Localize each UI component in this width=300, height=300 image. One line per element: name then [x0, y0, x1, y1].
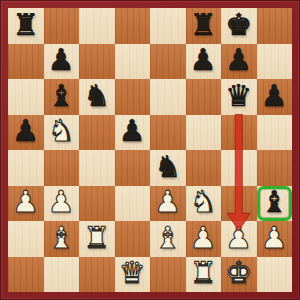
- white-rook-piece: ♜: [83, 223, 110, 253]
- white-pawn-piece: ♟: [190, 223, 217, 253]
- square-d4[interactable]: [115, 150, 151, 186]
- square-d1[interactable]: ♛: [115, 257, 151, 293]
- black-pawn-piece: ♟: [190, 45, 217, 75]
- square-a6[interactable]: [8, 79, 44, 115]
- square-g8[interactable]: ♚: [221, 8, 257, 44]
- square-a3[interactable]: ♟: [8, 186, 44, 222]
- square-a2[interactable]: [8, 221, 44, 257]
- square-d2[interactable]: [115, 221, 151, 257]
- black-bishop-piece: ♝: [48, 81, 75, 111]
- square-f3[interactable]: ♞: [186, 186, 222, 222]
- square-b7[interactable]: ♟: [44, 44, 80, 80]
- square-b1[interactable]: [44, 257, 80, 293]
- white-knight-piece: ♞: [190, 187, 217, 217]
- chess-board-frame: ♜♜♚♟♟♟♝♞♛♟♟♞♟♞♟♟♟♞♝♝♜♝♟♟♟♛♜♚: [0, 0, 300, 300]
- square-g2[interactable]: ♟: [221, 221, 257, 257]
- square-h4[interactable]: [257, 150, 293, 186]
- square-c1[interactable]: [79, 257, 115, 293]
- black-pawn-piece: ♟: [48, 45, 75, 75]
- square-e4[interactable]: ♞: [150, 150, 186, 186]
- square-g4[interactable]: [221, 150, 257, 186]
- square-h6[interactable]: ♟: [257, 79, 293, 115]
- white-pawn-piece: ♟: [261, 223, 288, 253]
- white-pawn-piece: ♟: [154, 187, 181, 217]
- square-h8[interactable]: [257, 8, 293, 44]
- white-pawn-piece: ♟: [48, 187, 75, 217]
- square-c8[interactable]: [79, 8, 115, 44]
- square-b6[interactable]: ♝: [44, 79, 80, 115]
- square-c6[interactable]: ♞: [79, 79, 115, 115]
- white-pawn-piece: ♟: [12, 187, 39, 217]
- white-rook-piece: ♜: [190, 258, 217, 288]
- square-e1[interactable]: [150, 257, 186, 293]
- black-pawn-piece: ♟: [12, 116, 39, 146]
- square-g5[interactable]: [221, 115, 257, 151]
- square-h5[interactable]: [257, 115, 293, 151]
- square-f7[interactable]: ♟: [186, 44, 222, 80]
- square-e3[interactable]: ♟: [150, 186, 186, 222]
- black-king-piece: ♚: [225, 10, 252, 40]
- black-rook-piece: ♜: [12, 10, 39, 40]
- square-d8[interactable]: [115, 8, 151, 44]
- square-e5[interactable]: [150, 115, 186, 151]
- square-a1[interactable]: [8, 257, 44, 293]
- square-b2[interactable]: ♝: [44, 221, 80, 257]
- white-pawn-piece: ♟: [225, 223, 252, 253]
- square-c7[interactable]: [79, 44, 115, 80]
- black-knight-piece: ♞: [154, 152, 181, 182]
- square-f5[interactable]: [186, 115, 222, 151]
- square-b5[interactable]: ♞: [44, 115, 80, 151]
- square-b3[interactable]: ♟: [44, 186, 80, 222]
- square-h2[interactable]: ♟: [257, 221, 293, 257]
- square-b8[interactable]: [44, 8, 80, 44]
- square-g7[interactable]: ♟: [221, 44, 257, 80]
- square-f4[interactable]: [186, 150, 222, 186]
- white-knight-piece: ♞: [48, 116, 75, 146]
- square-a7[interactable]: [8, 44, 44, 80]
- square-d7[interactable]: [115, 44, 151, 80]
- square-e2[interactable]: ♝: [150, 221, 186, 257]
- black-bishop-piece: ♝: [261, 187, 288, 217]
- square-d3[interactable]: [115, 186, 151, 222]
- square-h3[interactable]: ♝: [257, 186, 293, 222]
- square-a5[interactable]: ♟: [8, 115, 44, 151]
- square-d6[interactable]: [115, 79, 151, 115]
- white-bishop-piece: ♝: [154, 223, 181, 253]
- black-pawn-piece: ♟: [225, 45, 252, 75]
- square-e6[interactable]: [150, 79, 186, 115]
- black-queen-piece: ♛: [225, 81, 252, 111]
- black-pawn-piece: ♟: [261, 81, 288, 111]
- square-h7[interactable]: [257, 44, 293, 80]
- square-g1[interactable]: ♚: [221, 257, 257, 293]
- square-d5[interactable]: ♟: [115, 115, 151, 151]
- square-g3[interactable]: [221, 186, 257, 222]
- square-a8[interactable]: ♜: [8, 8, 44, 44]
- black-knight-piece: ♞: [83, 81, 110, 111]
- square-h1[interactable]: [257, 257, 293, 293]
- white-king-piece: ♚: [225, 258, 252, 288]
- square-f2[interactable]: ♟: [186, 221, 222, 257]
- black-pawn-piece: ♟: [119, 116, 146, 146]
- square-g6[interactable]: ♛: [221, 79, 257, 115]
- square-f1[interactable]: ♜: [186, 257, 222, 293]
- square-e7[interactable]: [150, 44, 186, 80]
- black-rook-piece: ♜: [190, 10, 217, 40]
- square-f6[interactable]: [186, 79, 222, 115]
- chess-board: ♜♜♚♟♟♟♝♞♛♟♟♞♟♞♟♟♟♞♝♝♜♝♟♟♟♛♜♚: [8, 8, 292, 292]
- square-c2[interactable]: ♜: [79, 221, 115, 257]
- square-e8[interactable]: [150, 8, 186, 44]
- square-c3[interactable]: [79, 186, 115, 222]
- square-a4[interactable]: [8, 150, 44, 186]
- square-b4[interactable]: [44, 150, 80, 186]
- square-c5[interactable]: [79, 115, 115, 151]
- square-f8[interactable]: ♜: [186, 8, 222, 44]
- white-queen-piece: ♛: [119, 258, 146, 288]
- white-bishop-piece: ♝: [48, 223, 75, 253]
- square-c4[interactable]: [79, 150, 115, 186]
